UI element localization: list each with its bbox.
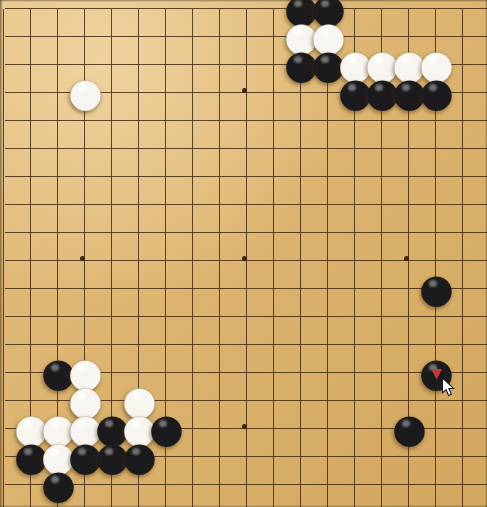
intersection[interactable] [315, 219, 342, 247]
intersection[interactable] [72, 23, 99, 51]
intersection[interactable] [450, 135, 477, 163]
intersection[interactable] [0, 303, 18, 331]
intersection[interactable] [180, 0, 207, 23]
intersection[interactable] [315, 387, 342, 415]
intersection[interactable] [0, 0, 18, 23]
intersection[interactable] [450, 499, 477, 507]
intersection[interactable] [45, 191, 72, 219]
intersection[interactable] [396, 135, 423, 163]
intersection[interactable] [477, 303, 487, 331]
intersection[interactable] [477, 107, 487, 135]
black-stone: ● [423, 79, 450, 107]
intersection[interactable] [450, 163, 477, 191]
intersection[interactable] [207, 331, 234, 359]
intersection[interactable] [477, 443, 487, 471]
intersection[interactable] [288, 275, 315, 303]
intersection[interactable] [315, 135, 342, 163]
intersection[interactable] [153, 331, 180, 359]
intersection[interactable] [288, 415, 315, 443]
intersection[interactable] [369, 359, 396, 387]
intersection[interactable] [126, 191, 153, 219]
intersection[interactable] [342, 415, 369, 443]
intersection[interactable]: ● [153, 415, 180, 443]
intersection[interactable] [153, 51, 180, 79]
intersection[interactable] [18, 0, 45, 23]
white-stone: ● [72, 79, 99, 107]
intersection[interactable] [234, 415, 261, 443]
intersection[interactable] [0, 163, 18, 191]
intersection[interactable] [396, 219, 423, 247]
intersection[interactable] [315, 443, 342, 471]
intersection[interactable] [153, 247, 180, 275]
intersection[interactable] [18, 107, 45, 135]
intersection[interactable] [126, 79, 153, 107]
intersection[interactable] [18, 275, 45, 303]
intersection[interactable] [153, 359, 180, 387]
intersection[interactable] [45, 303, 72, 331]
intersection[interactable] [423, 135, 450, 163]
intersection[interactable] [207, 415, 234, 443]
intersection[interactable] [153, 23, 180, 51]
intersection[interactable] [207, 443, 234, 471]
intersection[interactable] [261, 499, 288, 507]
intersection[interactable] [18, 247, 45, 275]
intersection[interactable] [477, 163, 487, 191]
intersection[interactable] [288, 135, 315, 163]
intersection[interactable] [423, 0, 450, 23]
intersection[interactable] [207, 247, 234, 275]
intersection[interactable] [0, 499, 18, 507]
intersection[interactable] [45, 163, 72, 191]
intersection[interactable] [126, 0, 153, 23]
intersection[interactable] [261, 135, 288, 163]
intersection[interactable] [423, 191, 450, 219]
intersection[interactable] [234, 247, 261, 275]
intersection[interactable] [369, 471, 396, 499]
intersection[interactable] [423, 443, 450, 471]
intersection[interactable] [234, 135, 261, 163]
intersection[interactable]: ● [72, 79, 99, 107]
intersection[interactable] [153, 135, 180, 163]
intersection[interactable] [450, 0, 477, 23]
intersection[interactable] [99, 331, 126, 359]
intersection[interactable]: ● [423, 79, 450, 107]
intersection[interactable] [207, 275, 234, 303]
intersection[interactable] [450, 79, 477, 107]
intersection[interactable] [261, 275, 288, 303]
intersection[interactable] [153, 499, 180, 507]
intersection[interactable] [18, 219, 45, 247]
intersection[interactable] [477, 23, 487, 51]
intersection[interactable] [288, 471, 315, 499]
intersection[interactable] [72, 0, 99, 23]
intersection[interactable] [423, 219, 450, 247]
intersection[interactable] [126, 163, 153, 191]
intersection[interactable] [369, 191, 396, 219]
intersection[interactable] [315, 191, 342, 219]
intersection[interactable] [207, 79, 234, 107]
intersection[interactable] [369, 247, 396, 275]
intersection[interactable] [315, 275, 342, 303]
intersection[interactable] [396, 163, 423, 191]
intersection[interactable] [0, 191, 18, 219]
intersection[interactable] [0, 107, 18, 135]
intersection[interactable] [207, 107, 234, 135]
intersection[interactable] [99, 163, 126, 191]
intersection[interactable] [369, 219, 396, 247]
intersection[interactable] [342, 163, 369, 191]
intersection[interactable] [234, 471, 261, 499]
intersection[interactable] [288, 219, 315, 247]
intersection[interactable] [180, 443, 207, 471]
intersection[interactable] [126, 51, 153, 79]
intersection[interactable] [180, 191, 207, 219]
intersection[interactable] [342, 331, 369, 359]
intersection[interactable] [477, 0, 487, 23]
intersection[interactable] [423, 499, 450, 507]
intersection[interactable] [180, 163, 207, 191]
intersection[interactable] [261, 163, 288, 191]
intersection[interactable] [180, 415, 207, 443]
intersection[interactable] [99, 79, 126, 107]
intersection[interactable] [99, 499, 126, 507]
intersection[interactable] [18, 79, 45, 107]
intersection[interactable] [261, 471, 288, 499]
intersection[interactable] [153, 163, 180, 191]
intersection[interactable] [0, 51, 18, 79]
intersection[interactable] [288, 331, 315, 359]
intersection[interactable] [315, 415, 342, 443]
intersection[interactable] [477, 471, 487, 499]
intersection[interactable] [315, 247, 342, 275]
intersection[interactable] [207, 303, 234, 331]
intersection[interactable] [72, 247, 99, 275]
intersection[interactable] [72, 499, 99, 507]
intersection[interactable] [234, 443, 261, 471]
intersection[interactable] [450, 51, 477, 79]
intersection[interactable] [0, 247, 18, 275]
intersection[interactable] [315, 331, 342, 359]
intersection[interactable] [18, 303, 45, 331]
intersection[interactable] [99, 275, 126, 303]
intersection[interactable] [450, 471, 477, 499]
intersection[interactable] [423, 163, 450, 191]
intersection[interactable] [153, 107, 180, 135]
intersection[interactable] [72, 191, 99, 219]
intersection[interactable] [207, 499, 234, 507]
intersection[interactable] [99, 0, 126, 23]
intersection[interactable] [72, 135, 99, 163]
intersection[interactable] [288, 359, 315, 387]
intersection[interactable] [288, 163, 315, 191]
black-stone: ● [153, 415, 180, 443]
intersection[interactable] [450, 303, 477, 331]
intersection[interactable] [396, 471, 423, 499]
intersection[interactable] [369, 0, 396, 23]
intersection[interactable] [153, 0, 180, 23]
black-stone: ● [45, 471, 72, 499]
intersection[interactable] [153, 79, 180, 107]
go-board[interactable]: ●●●●●●●●●●●●●●●●●●●▼●●●●●●●●●●●●●●● [0, 0, 487, 507]
intersection[interactable] [207, 471, 234, 499]
intersection[interactable] [369, 135, 396, 163]
intersection[interactable] [18, 51, 45, 79]
intersection[interactable] [477, 219, 487, 247]
intersection[interactable] [477, 275, 487, 303]
intersection[interactable] [450, 219, 477, 247]
intersection[interactable] [45, 135, 72, 163]
intersection[interactable] [126, 275, 153, 303]
intersection[interactable] [180, 387, 207, 415]
intersection[interactable] [153, 303, 180, 331]
intersection[interactable] [234, 107, 261, 135]
intersection[interactable] [315, 359, 342, 387]
intersection[interactable] [234, 499, 261, 507]
intersection[interactable] [99, 247, 126, 275]
intersection[interactable] [0, 359, 18, 387]
intersection[interactable] [450, 331, 477, 359]
intersection[interactable] [477, 191, 487, 219]
intersection[interactable] [153, 471, 180, 499]
intersection[interactable] [126, 499, 153, 507]
intersection[interactable] [261, 443, 288, 471]
intersection[interactable] [99, 135, 126, 163]
intersection[interactable] [126, 219, 153, 247]
intersection[interactable] [315, 499, 342, 507]
intersection[interactable] [288, 443, 315, 471]
intersection[interactable] [126, 107, 153, 135]
intersection[interactable] [342, 387, 369, 415]
intersection[interactable] [126, 247, 153, 275]
intersection[interactable] [126, 303, 153, 331]
intersection[interactable] [342, 191, 369, 219]
intersection[interactable] [342, 247, 369, 275]
intersection[interactable] [207, 191, 234, 219]
intersection[interactable] [153, 275, 180, 303]
intersection[interactable] [477, 499, 487, 507]
intersection[interactable] [288, 107, 315, 135]
intersection[interactable] [450, 443, 477, 471]
intersection[interactable] [261, 107, 288, 135]
intersection[interactable] [126, 23, 153, 51]
intersection[interactable] [18, 163, 45, 191]
intersection[interactable] [234, 191, 261, 219]
intersection[interactable] [234, 359, 261, 387]
intersection[interactable] [396, 0, 423, 23]
intersection[interactable] [261, 331, 288, 359]
intersection[interactable]: ● [396, 415, 423, 443]
intersection[interactable] [396, 499, 423, 507]
intersection[interactable] [0, 219, 18, 247]
intersection[interactable] [207, 387, 234, 415]
intersection[interactable]: ● [45, 471, 72, 499]
intersection[interactable] [369, 331, 396, 359]
intersection[interactable] [342, 359, 369, 387]
intersection[interactable] [234, 79, 261, 107]
intersection[interactable] [207, 0, 234, 23]
intersection[interactable] [288, 387, 315, 415]
intersection[interactable] [234, 51, 261, 79]
intersection[interactable] [180, 219, 207, 247]
intersection[interactable] [342, 443, 369, 471]
intersection[interactable] [234, 163, 261, 191]
intersection[interactable] [477, 331, 487, 359]
intersection[interactable] [315, 471, 342, 499]
go-game-screenshot: ●●●●●●●●●●●●●●●●●●●▼●●●●●●●●●●●●●●● [0, 0, 487, 507]
intersection[interactable] [99, 107, 126, 135]
intersection[interactable] [72, 275, 99, 303]
intersection[interactable] [450, 247, 477, 275]
intersection[interactable] [450, 415, 477, 443]
intersection[interactable] [261, 219, 288, 247]
intersection[interactable] [315, 163, 342, 191]
intersection[interactable] [450, 23, 477, 51]
intersection[interactable] [207, 135, 234, 163]
intersection[interactable] [0, 135, 18, 163]
intersection[interactable] [180, 303, 207, 331]
intersection[interactable] [423, 415, 450, 443]
intersection[interactable] [261, 415, 288, 443]
intersection[interactable] [207, 23, 234, 51]
intersection[interactable] [477, 415, 487, 443]
intersection[interactable] [477, 79, 487, 107]
intersection[interactable] [261, 303, 288, 331]
intersection[interactable] [45, 23, 72, 51]
intersection[interactable] [450, 107, 477, 135]
intersection[interactable] [0, 275, 18, 303]
intersection[interactable] [72, 303, 99, 331]
intersection[interactable] [477, 51, 487, 79]
intersection[interactable] [45, 275, 72, 303]
intersection[interactable] [153, 191, 180, 219]
intersection[interactable] [234, 0, 261, 23]
intersection[interactable] [477, 247, 487, 275]
intersection[interactable] [126, 135, 153, 163]
intersection[interactable] [342, 275, 369, 303]
intersection[interactable]: ● [126, 443, 153, 471]
intersection[interactable] [45, 247, 72, 275]
intersection[interactable] [207, 163, 234, 191]
intersection[interactable] [234, 275, 261, 303]
intersection[interactable] [180, 359, 207, 387]
intersection[interactable] [234, 23, 261, 51]
intersection[interactable] [0, 79, 18, 107]
intersection[interactable] [72, 219, 99, 247]
intersection[interactable] [153, 219, 180, 247]
intersection[interactable] [18, 191, 45, 219]
intersection[interactable] [234, 219, 261, 247]
intersection[interactable] [180, 499, 207, 507]
black-stone: ● [126, 443, 153, 471]
intersection[interactable] [288, 247, 315, 275]
intersection[interactable] [288, 303, 315, 331]
intersection[interactable] [126, 331, 153, 359]
intersection[interactable] [99, 23, 126, 51]
intersection[interactable] [207, 359, 234, 387]
intersection[interactable]: ● [423, 275, 450, 303]
intersection[interactable] [369, 303, 396, 331]
intersection[interactable] [342, 0, 369, 23]
intersection[interactable] [261, 191, 288, 219]
intersection[interactable] [261, 387, 288, 415]
intersection[interactable] [369, 499, 396, 507]
intersection[interactable] [180, 135, 207, 163]
intersection[interactable] [99, 51, 126, 79]
intersection[interactable] [315, 303, 342, 331]
intersection[interactable] [369, 163, 396, 191]
intersection[interactable] [18, 23, 45, 51]
intersection[interactable] [99, 219, 126, 247]
intersection[interactable] [234, 331, 261, 359]
intersection[interactable] [207, 219, 234, 247]
intersection[interactable] [261, 359, 288, 387]
intersection[interactable] [477, 135, 487, 163]
intersection[interactable] [180, 275, 207, 303]
intersection[interactable] [369, 275, 396, 303]
intersection[interactable] [45, 0, 72, 23]
intersection[interactable] [180, 247, 207, 275]
intersection[interactable] [180, 107, 207, 135]
intersection[interactable] [423, 471, 450, 499]
intersection[interactable] [0, 331, 18, 359]
intersection[interactable] [342, 499, 369, 507]
intersection[interactable] [342, 135, 369, 163]
intersection[interactable] [288, 499, 315, 507]
intersection[interactable] [180, 79, 207, 107]
intersection[interactable] [450, 191, 477, 219]
intersection[interactable] [45, 219, 72, 247]
intersection[interactable] [180, 471, 207, 499]
intersection[interactable] [234, 387, 261, 415]
intersection[interactable] [234, 303, 261, 331]
intersection[interactable] [342, 471, 369, 499]
intersection[interactable] [477, 359, 487, 387]
intersection[interactable] [396, 191, 423, 219]
intersection[interactable] [342, 219, 369, 247]
intersection[interactable] [72, 163, 99, 191]
intersection[interactable] [261, 247, 288, 275]
intersection[interactable] [342, 303, 369, 331]
intersection[interactable] [450, 275, 477, 303]
intersection[interactable] [180, 331, 207, 359]
intersection[interactable] [99, 303, 126, 331]
black-stone: ● [423, 275, 450, 303]
intersection[interactable] [180, 23, 207, 51]
intersection[interactable] [477, 387, 487, 415]
mouse-cursor [441, 377, 455, 397]
intersection[interactable] [99, 191, 126, 219]
intersection[interactable] [288, 191, 315, 219]
intersection[interactable] [18, 135, 45, 163]
intersection[interactable] [180, 51, 207, 79]
intersection[interactable] [0, 23, 18, 51]
intersection[interactable] [207, 51, 234, 79]
black-stone: ● [396, 415, 423, 443]
